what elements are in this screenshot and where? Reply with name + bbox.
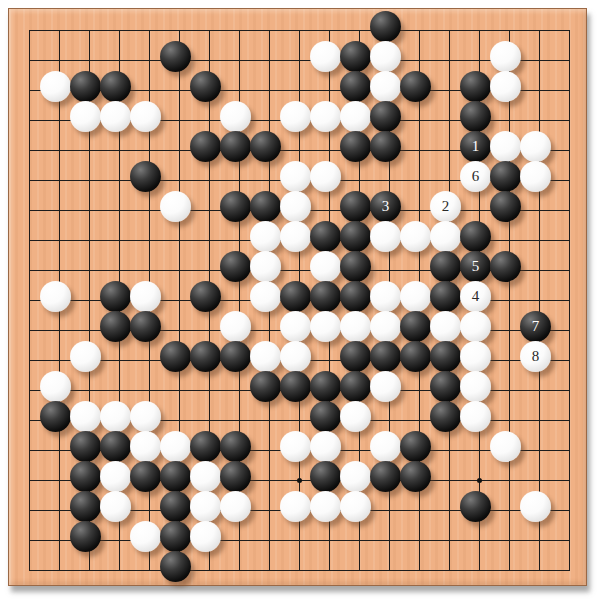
- white-stone: [40, 71, 71, 102]
- black-stone: [70, 521, 101, 552]
- white-stone: [220, 311, 251, 342]
- black-stone: [220, 461, 251, 492]
- black-stone: [340, 341, 371, 372]
- white-stone: [130, 521, 161, 552]
- go-board[interactable]: 16325478: [8, 8, 587, 586]
- numbered-move-7-black-stone: 7: [520, 311, 551, 342]
- black-stone: [460, 101, 491, 132]
- white-stone: [490, 71, 521, 102]
- black-stone: [220, 341, 251, 372]
- white-stone: [520, 131, 551, 162]
- grid-line: [509, 30, 510, 571]
- black-stone: [280, 281, 311, 312]
- black-stone: [400, 311, 431, 342]
- black-stone: [490, 251, 521, 282]
- black-stone: [220, 191, 251, 222]
- black-stone: [370, 341, 401, 372]
- black-stone: [310, 401, 341, 432]
- black-stone: [100, 281, 131, 312]
- numbered-move-1-black-stone: 1: [460, 131, 491, 162]
- white-stone: [310, 311, 341, 342]
- white-stone: [190, 521, 221, 552]
- black-stone: [310, 461, 341, 492]
- black-stone: [160, 551, 191, 582]
- white-stone: [100, 491, 131, 522]
- black-stone: [370, 11, 401, 42]
- black-stone: [430, 371, 461, 402]
- black-stone: [430, 251, 461, 282]
- white-stone: [190, 491, 221, 522]
- white-stone: [310, 251, 341, 282]
- white-stone: [250, 251, 281, 282]
- white-stone: [70, 401, 101, 432]
- black-stone: [190, 341, 221, 372]
- white-stone: [460, 311, 491, 342]
- black-stone: [100, 71, 131, 102]
- black-stone: [220, 251, 251, 282]
- black-stone: [430, 281, 461, 312]
- numbered-move-5-black-stone: 5: [460, 251, 491, 282]
- white-stone: [220, 101, 251, 132]
- black-stone: [340, 41, 371, 72]
- black-stone: [430, 401, 461, 432]
- white-stone: [160, 191, 191, 222]
- white-stone: [340, 401, 371, 432]
- white-stone: [400, 281, 431, 312]
- black-stone: [340, 131, 371, 162]
- white-stone: [310, 41, 341, 72]
- black-stone: [340, 371, 371, 402]
- grid-line: [29, 540, 570, 541]
- black-stone: [340, 191, 371, 222]
- white-stone: [250, 341, 281, 372]
- black-stone: [160, 491, 191, 522]
- white-stone: [370, 371, 401, 402]
- white-stone: [100, 461, 131, 492]
- white-stone: [70, 101, 101, 132]
- black-stone: [130, 311, 161, 342]
- black-stone: [70, 461, 101, 492]
- white-stone: [460, 401, 491, 432]
- black-stone: [340, 221, 371, 252]
- black-stone: [490, 191, 521, 222]
- black-stone: [340, 71, 371, 102]
- black-stone: [400, 341, 431, 372]
- white-stone: [130, 401, 161, 432]
- black-stone: [130, 461, 161, 492]
- black-stone: [310, 371, 341, 402]
- white-stone: [130, 431, 161, 462]
- white-stone: [490, 131, 521, 162]
- white-stone: [310, 491, 341, 522]
- black-stone: [400, 431, 431, 462]
- grid-line: [539, 30, 540, 571]
- black-stone: [190, 71, 221, 102]
- black-stone: [400, 461, 431, 492]
- black-stone: [160, 41, 191, 72]
- white-stone: [460, 341, 491, 372]
- black-stone: [460, 71, 491, 102]
- white-stone: [340, 491, 371, 522]
- black-stone: [160, 341, 191, 372]
- white-stone: [520, 161, 551, 192]
- black-stone: [100, 311, 131, 342]
- white-stone: [340, 101, 371, 132]
- white-stone: [250, 221, 281, 252]
- black-stone: [430, 341, 461, 372]
- white-stone: [310, 161, 341, 192]
- white-stone: [130, 281, 161, 312]
- white-stone: [280, 191, 311, 222]
- white-stone: [130, 101, 161, 132]
- numbered-move-6-white-stone: 6: [460, 161, 491, 192]
- white-stone: [370, 71, 401, 102]
- white-stone: [280, 311, 311, 342]
- white-stone: [310, 101, 341, 132]
- white-stone: [280, 101, 311, 132]
- white-stone: [280, 431, 311, 462]
- white-stone: [100, 401, 131, 432]
- white-stone: [370, 221, 401, 252]
- white-stone: [40, 281, 71, 312]
- white-stone: [430, 311, 461, 342]
- white-stone: [520, 491, 551, 522]
- black-stone: [100, 431, 131, 462]
- black-stone: [160, 461, 191, 492]
- black-stone: [250, 131, 281, 162]
- black-stone: [460, 491, 491, 522]
- black-stone: [460, 221, 491, 252]
- black-stone: [400, 71, 431, 102]
- star-point: [477, 478, 482, 483]
- numbered-move-8-white-stone: 8: [520, 341, 551, 372]
- white-stone: [250, 281, 281, 312]
- black-stone: [70, 71, 101, 102]
- white-stone: [400, 221, 431, 252]
- black-stone: [310, 221, 341, 252]
- white-stone: [370, 281, 401, 312]
- white-stone: [280, 341, 311, 372]
- white-stone: [280, 221, 311, 252]
- white-stone: [490, 431, 521, 462]
- black-stone: [370, 101, 401, 132]
- black-stone: [190, 281, 221, 312]
- white-stone: [370, 41, 401, 72]
- white-stone: [100, 101, 131, 132]
- black-stone: [130, 161, 161, 192]
- black-stone: [70, 491, 101, 522]
- black-stone: [280, 371, 311, 402]
- white-stone: [280, 161, 311, 192]
- white-stone: [490, 41, 521, 72]
- black-stone: [370, 131, 401, 162]
- black-stone: [190, 431, 221, 462]
- white-stone: [310, 431, 341, 462]
- numbered-move-2-white-stone: 2: [430, 191, 461, 222]
- white-stone: [40, 371, 71, 402]
- white-stone: [190, 461, 221, 492]
- black-stone: [220, 431, 251, 462]
- black-stone: [160, 521, 191, 552]
- white-stone: [370, 431, 401, 462]
- white-stone: [460, 371, 491, 402]
- black-stone: [310, 281, 341, 312]
- black-stone: [370, 461, 401, 492]
- black-stone: [40, 401, 71, 432]
- numbered-move-4-white-stone: 4: [460, 281, 491, 312]
- white-stone: [220, 491, 251, 522]
- black-stone: [340, 281, 371, 312]
- star-point: [297, 478, 302, 483]
- grid-line: [569, 30, 570, 571]
- black-stone: [250, 371, 281, 402]
- black-stone: [490, 161, 521, 192]
- white-stone: [160, 431, 191, 462]
- white-stone: [370, 311, 401, 342]
- black-stone: [190, 131, 221, 162]
- grid-line: [29, 570, 570, 571]
- white-stone: [280, 491, 311, 522]
- black-stone: [220, 131, 251, 162]
- black-stone: [250, 191, 281, 222]
- white-stone: [430, 221, 461, 252]
- white-stone: [70, 341, 101, 372]
- black-stone: [70, 431, 101, 462]
- numbered-move-3-black-stone: 3: [370, 191, 401, 222]
- white-stone: [340, 461, 371, 492]
- black-stone: [340, 251, 371, 282]
- white-stone: [340, 311, 371, 342]
